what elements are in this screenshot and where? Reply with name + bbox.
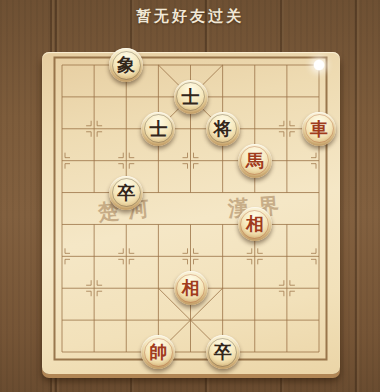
piece-black-soldier[interactable]: 卒 <box>109 176 143 210</box>
piece-black-general[interactable]: 将 <box>206 112 240 146</box>
piece-black-soldier[interactable]: 卒 <box>206 335 240 369</box>
piece-red-horse[interactable]: 馬 <box>238 144 272 178</box>
piece-glyph: 車 <box>310 120 328 138</box>
piece-red-elephant[interactable]: 相 <box>174 271 208 305</box>
last-move-marker <box>313 59 325 71</box>
piece-glyph: 卒 <box>117 184 135 202</box>
piece-glyph: 帥 <box>149 343 167 361</box>
piece-glyph: 卒 <box>214 343 232 361</box>
piece-glyph: 相 <box>246 215 264 233</box>
piece-red-elephant[interactable]: 相 <box>238 207 272 241</box>
piece-glyph: 馬 <box>246 152 264 170</box>
piece-glyph: 士 <box>182 88 200 106</box>
piece-red-chariot[interactable]: 車 <box>302 112 336 146</box>
piece-black-elephant[interactable]: 象 <box>109 48 143 82</box>
piece-glyph: 相 <box>182 279 200 297</box>
piece-glyph: 象 <box>117 56 135 74</box>
piece-glyph: 将 <box>214 120 232 138</box>
piece-black-advisor[interactable]: 士 <box>141 112 175 146</box>
page-title: 暂无好友过关 <box>0 7 380 26</box>
piece-glyph: 士 <box>149 120 167 138</box>
piece-black-advisor[interactable]: 士 <box>174 80 208 114</box>
app-screen: 暂无好友过关 楚河 漢界 象士士将車馬卒相相帥卒 <box>0 0 380 392</box>
xiangqi-board[interactable]: 楚河 漢界 象士士将車馬卒相相帥卒 <box>42 52 340 374</box>
